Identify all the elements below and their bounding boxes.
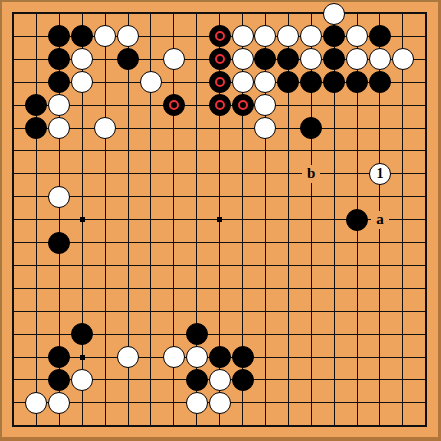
white-stone: [186, 392, 208, 414]
black-stone: [346, 209, 368, 231]
white-stone: [94, 117, 116, 139]
board-bevel-left: [0, 0, 2, 441]
hoshi-point: [217, 217, 222, 222]
marked-black-stone: [209, 94, 231, 116]
white-stone: [163, 48, 185, 70]
white-stone: [232, 71, 254, 93]
grid-line-vertical: [402, 14, 403, 426]
white-stone: [48, 186, 70, 208]
marked-black-stone: [163, 94, 185, 116]
white-stone: [392, 48, 414, 70]
point-label-a: a: [371, 211, 389, 229]
white-stone: [140, 71, 162, 93]
white-stone: [323, 3, 345, 25]
black-stone: [232, 369, 254, 391]
move-number: 1: [376, 167, 383, 181]
marked-black-stone: [209, 71, 231, 93]
black-stone: [186, 323, 208, 345]
black-stone: [369, 71, 391, 93]
white-stone: [209, 369, 231, 391]
white-stone: [117, 346, 139, 368]
grid-line-horizontal: [14, 265, 426, 266]
grid-line-horizontal: [14, 242, 426, 243]
white-stone: [209, 392, 231, 414]
circle-marker-icon: [215, 77, 225, 87]
grid-line-horizontal: [14, 288, 426, 289]
hoshi-point: [80, 355, 85, 360]
white-stone: [71, 369, 93, 391]
white-stone: [186, 346, 208, 368]
white-stone: [48, 392, 70, 414]
hoshi-point: [80, 217, 85, 222]
white-stone-move-1: 1: [369, 163, 391, 185]
black-stone: [186, 369, 208, 391]
circle-marker-icon: [215, 100, 225, 110]
point-label-b: b: [302, 165, 320, 183]
white-stone: [232, 25, 254, 47]
go-board: 1 ba: [0, 0, 441, 441]
grid-line-horizontal: [14, 311, 426, 312]
marked-black-stone: [209, 48, 231, 70]
board-bevel-bottom: [0, 437, 441, 441]
circle-marker-icon: [215, 31, 225, 41]
white-stone: [232, 48, 254, 70]
black-stone: [48, 232, 70, 254]
black-stone: [232, 346, 254, 368]
circle-marker-icon: [215, 54, 225, 64]
black-stone: [209, 346, 231, 368]
marked-black-stone: [209, 25, 231, 47]
marked-black-stone: [232, 94, 254, 116]
board-bevel-top: [0, 0, 441, 2]
white-stone: [163, 346, 185, 368]
circle-marker-icon: [238, 100, 248, 110]
circle-marker-icon: [169, 100, 179, 110]
